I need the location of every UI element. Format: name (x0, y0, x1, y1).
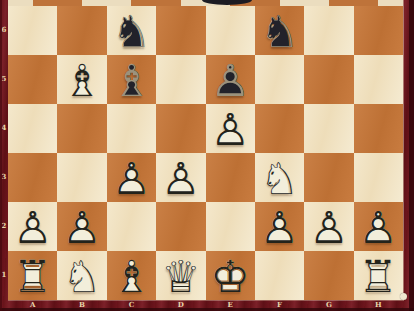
white-king: ♚♔ (206, 251, 255, 300)
square-d2[interactable] (156, 202, 205, 251)
black-knight: ♞♘ (255, 6, 304, 55)
file-label-h: H (354, 300, 403, 311)
square-b4[interactable] (57, 104, 106, 153)
white-pawn: ♟♙ (156, 153, 205, 202)
white-pawn: ♟♙ (255, 202, 304, 251)
rank-label-2: 2 (0, 201, 8, 250)
white-pawn: ♟♙ (354, 202, 403, 251)
white-pawn: ♟♙ (206, 104, 255, 153)
square-a6[interactable] (8, 6, 57, 55)
white-pawn: ♟♙ (107, 153, 156, 202)
square-b5[interactable]: ♝♗ (57, 55, 106, 104)
black-pawn: ♟♙ (206, 55, 255, 104)
square-b1[interactable]: ♞♘ (57, 251, 106, 300)
white-knight: ♞♘ (255, 153, 304, 202)
square-d3[interactable]: ♟♙ (156, 153, 205, 202)
file-label-f: F (255, 300, 304, 311)
square-e2[interactable] (206, 202, 255, 251)
square-g2[interactable]: ♟♙ (304, 202, 353, 251)
square-h6[interactable] (354, 6, 403, 55)
file-label-d: D (156, 300, 205, 311)
square-a5[interactable] (8, 55, 57, 104)
square-h1[interactable]: ♜♖ (354, 251, 403, 300)
white-pawn: ♟♙ (304, 202, 353, 251)
black-knight: ♞♘ (107, 6, 156, 55)
square-f5[interactable] (255, 55, 304, 104)
white-rook: ♜♖ (8, 251, 57, 300)
square-a2[interactable]: ♟♙ (8, 202, 57, 251)
square-f4[interactable] (255, 104, 304, 153)
square-e6[interactable] (206, 6, 255, 55)
white-pawn: ♟♙ (8, 202, 57, 251)
white-to-move-dot (400, 293, 407, 300)
square-h3[interactable] (354, 153, 403, 202)
white-knight: ♞♘ (57, 251, 106, 300)
board-squares: ♞♘♞♘♝♗♝♗♟♙♟♙♟♙♟♙♞♘♟♙♟♙♟♙♟♙♟♙♜♖♞♘♝♗♛♕♚♔♜♖ (8, 0, 404, 301)
square-c2[interactable] (107, 202, 156, 251)
square-d5[interactable] (156, 55, 205, 104)
rank-label-5: 5 (0, 54, 8, 103)
rank-label-3: 3 (0, 152, 8, 201)
square-a1[interactable]: ♜♖ (8, 251, 57, 300)
file-label-e: E (206, 300, 255, 311)
square-h4[interactable] (354, 104, 403, 153)
square-h5[interactable] (354, 55, 403, 104)
square-c4[interactable] (107, 104, 156, 153)
square-f3[interactable]: ♞♘ (255, 153, 304, 202)
square-c6[interactable]: ♞♘ (107, 6, 156, 55)
file-label-c: C (107, 300, 156, 311)
square-g6[interactable] (304, 6, 353, 55)
square-f6[interactable]: ♞♘ (255, 6, 304, 55)
chess-board-diagram: ♞♘♞♘♝♗♝♗♟♙♟♙♟♙♟♙♞♘♟♙♟♙♟♙♟♙♟♙♜♖♞♘♝♗♛♕♚♔♜♖… (0, 0, 414, 311)
square-c1[interactable]: ♝♗ (107, 251, 156, 300)
file-label-a: A (8, 300, 57, 311)
square-g5[interactable] (304, 55, 353, 104)
square-d4[interactable] (156, 104, 205, 153)
white-queen: ♛♕ (156, 251, 205, 300)
square-b3[interactable] (57, 153, 106, 202)
file-labels: ABCDEFGH (8, 300, 403, 311)
square-b6[interactable] (57, 6, 106, 55)
square-h2[interactable]: ♟♙ (354, 202, 403, 251)
white-bishop: ♝♗ (57, 55, 106, 104)
square-g1[interactable] (304, 251, 353, 300)
file-label-b: B (57, 300, 106, 311)
square-g3[interactable] (304, 153, 353, 202)
square-g4[interactable] (304, 104, 353, 153)
rank-labels: 654321 (0, 0, 8, 300)
square-b2[interactable]: ♟♙ (57, 202, 106, 251)
square-f2[interactable]: ♟♙ (255, 202, 304, 251)
white-pawn: ♟♙ (57, 202, 106, 251)
rank-label-1: 1 (0, 250, 8, 299)
square-d1[interactable]: ♛♕ (156, 251, 205, 300)
square-c3[interactable]: ♟♙ (107, 153, 156, 202)
white-rook: ♜♖ (354, 251, 403, 300)
square-a4[interactable] (8, 104, 57, 153)
square-e3[interactable] (206, 153, 255, 202)
square-c5[interactable]: ♝♗ (107, 55, 156, 104)
white-bishop: ♝♗ (107, 251, 156, 300)
rank-label-6: 6 (0, 5, 8, 54)
rank-label-4: 4 (0, 103, 8, 152)
square-e1[interactable]: ♚♔ (206, 251, 255, 300)
square-d6[interactable] (156, 6, 205, 55)
black-piece-base-e7 (202, 0, 252, 5)
square-e4[interactable]: ♟♙ (206, 104, 255, 153)
square-e5[interactable]: ♟♙ (206, 55, 255, 104)
square-f1[interactable] (255, 251, 304, 300)
file-label-g: G (304, 300, 353, 311)
black-bishop: ♝♗ (107, 55, 156, 104)
square-a3[interactable] (8, 153, 57, 202)
